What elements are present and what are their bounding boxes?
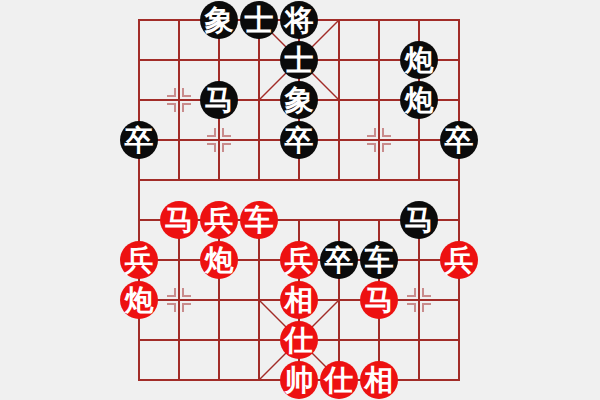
- black-soldier[interactable]: 卒: [440, 121, 478, 159]
- red-cannon[interactable]: 炮: [200, 241, 238, 279]
- red-advisor[interactable]: 仕: [320, 361, 358, 399]
- black-horse[interactable]: 马: [400, 201, 438, 239]
- red-elephant[interactable]: 相: [360, 361, 398, 399]
- pieces-layer: 象士将士炮马象炮卒卒卒马卒车马兵车兵炮兵兵炮相马仕帅仕相: [119, 0, 479, 400]
- xiangqi-board[interactable]: 象士将士炮马象炮卒卒卒马卒车马兵车兵炮兵兵炮相马仕帅仕相: [0, 0, 600, 400]
- red-soldier[interactable]: 兵: [200, 201, 238, 239]
- red-soldier[interactable]: 兵: [280, 241, 318, 279]
- red-soldier[interactable]: 兵: [120, 241, 158, 279]
- red-elephant[interactable]: 相: [280, 281, 318, 319]
- red-horse[interactable]: 马: [160, 201, 198, 239]
- black-soldier[interactable]: 卒: [280, 121, 318, 159]
- red-horse[interactable]: 马: [360, 281, 398, 319]
- black-soldier[interactable]: 卒: [320, 241, 358, 279]
- red-general[interactable]: 帅: [280, 361, 318, 399]
- black-elephant[interactable]: 象: [200, 1, 238, 39]
- black-cannon[interactable]: 炮: [400, 41, 438, 79]
- black-chariot[interactable]: 车: [360, 241, 398, 279]
- red-cannon[interactable]: 炮: [120, 281, 158, 319]
- black-soldier[interactable]: 卒: [120, 121, 158, 159]
- black-horse[interactable]: 马: [200, 81, 238, 119]
- black-advisor[interactable]: 士: [280, 41, 318, 79]
- black-cannon[interactable]: 炮: [400, 81, 438, 119]
- black-elephant[interactable]: 象: [280, 81, 318, 119]
- red-soldier[interactable]: 兵: [440, 241, 478, 279]
- black-advisor[interactable]: 士: [240, 1, 278, 39]
- black-general[interactable]: 将: [280, 1, 318, 39]
- red-chariot[interactable]: 车: [240, 201, 278, 239]
- red-advisor[interactable]: 仕: [280, 321, 318, 359]
